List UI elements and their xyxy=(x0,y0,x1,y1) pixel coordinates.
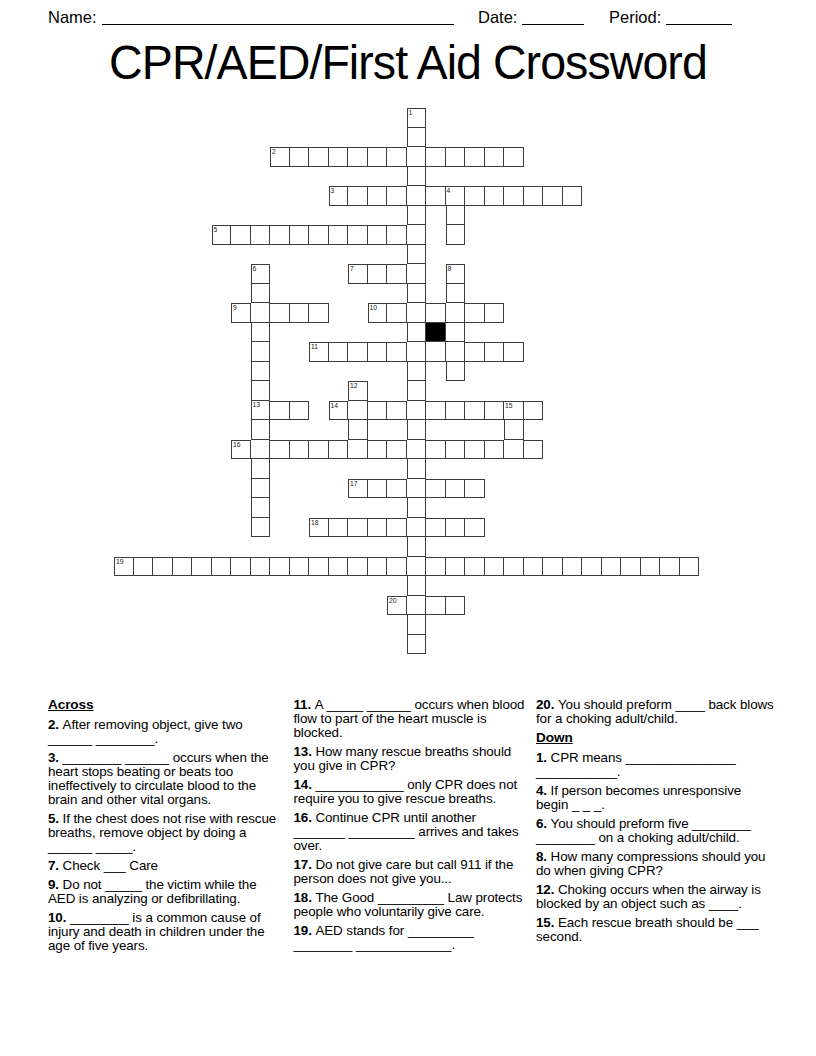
grid-cell[interactable] xyxy=(387,401,407,421)
grid-cell[interactable] xyxy=(251,381,271,401)
grid-gap xyxy=(641,323,661,343)
grid-cell[interactable] xyxy=(504,440,524,460)
grid-cell[interactable] xyxy=(153,557,173,577)
grid-gap xyxy=(270,206,290,226)
grid-gap xyxy=(680,459,700,479)
grid-cell[interactable] xyxy=(426,401,446,421)
grid-gap xyxy=(192,264,212,284)
grid-gap xyxy=(582,459,602,479)
grid-cell[interactable] xyxy=(309,303,329,323)
grid-gap xyxy=(621,128,641,148)
grid-gap xyxy=(290,206,310,226)
grid-cell[interactable]: 14 xyxy=(329,401,349,421)
grid-gap xyxy=(192,108,212,128)
grid-gap xyxy=(192,518,212,538)
grid-cell[interactable] xyxy=(387,342,407,362)
grid-cell[interactable] xyxy=(309,440,329,460)
grid-cell[interactable] xyxy=(446,206,466,226)
grid-cell[interactable] xyxy=(446,323,466,343)
grid-cell[interactable] xyxy=(251,498,271,518)
grid-cell[interactable] xyxy=(309,147,329,167)
grid-cell[interactable] xyxy=(426,518,446,538)
grid-cell[interactable] xyxy=(309,557,329,577)
grid-cell[interactable] xyxy=(407,147,427,167)
grid-cell[interactable]: 4 xyxy=(446,186,466,206)
grid-cell[interactable]: 12 xyxy=(348,381,368,401)
grid-cell[interactable] xyxy=(407,459,427,479)
grid-cell[interactable] xyxy=(387,557,407,577)
grid-cell[interactable] xyxy=(426,147,446,167)
grid-cell[interactable] xyxy=(251,420,271,440)
grid-gap xyxy=(602,459,622,479)
grid-cell[interactable] xyxy=(329,225,349,245)
grid-cell[interactable]: 6 xyxy=(251,264,271,284)
grid-gap xyxy=(192,381,212,401)
grid-cell[interactable] xyxy=(504,557,524,577)
grid-cell[interactable] xyxy=(251,440,271,460)
grid-cell[interactable] xyxy=(524,401,544,421)
clue-16: 16. Continue CPR until another _______ _… xyxy=(294,811,528,853)
grid-cell[interactable] xyxy=(348,440,368,460)
grid-gap xyxy=(680,147,700,167)
grid-gap xyxy=(368,362,388,382)
grid-cell[interactable] xyxy=(407,284,427,304)
grid-cell[interactable] xyxy=(387,303,407,323)
grid-cell[interactable] xyxy=(251,323,271,343)
grid-cell[interactable] xyxy=(524,557,544,577)
grid-gap xyxy=(192,362,212,382)
grid-cell[interactable] xyxy=(348,401,368,421)
grid-cell[interactable] xyxy=(465,186,485,206)
grid-gap xyxy=(602,420,622,440)
grid-cell[interactable] xyxy=(251,479,271,499)
grid-cell[interactable] xyxy=(368,401,388,421)
grid-cell[interactable]: 18 xyxy=(309,518,329,538)
grid-gap xyxy=(621,206,641,226)
grid-cell[interactable] xyxy=(329,440,349,460)
grid-cell[interactable] xyxy=(446,284,466,304)
grid-gap xyxy=(524,498,544,518)
grid-cell[interactable] xyxy=(173,557,193,577)
grid-gap xyxy=(543,303,563,323)
grid-cell[interactable] xyxy=(504,342,524,362)
grid-cell[interactable] xyxy=(387,440,407,460)
grid-gap xyxy=(524,342,544,362)
grid-cell[interactable] xyxy=(465,147,485,167)
grid-gap xyxy=(660,615,680,635)
grid-cell[interactable] xyxy=(407,596,427,616)
grid-cell[interactable] xyxy=(407,264,427,284)
grid-cell[interactable] xyxy=(251,557,271,577)
grid-cell[interactable] xyxy=(426,342,446,362)
clue-number: 11 xyxy=(311,343,318,351)
grid-cell[interactable] xyxy=(407,557,427,577)
grid-gap xyxy=(387,284,407,304)
grid-cell[interactable] xyxy=(407,128,427,148)
grid-cell[interactable] xyxy=(134,557,154,577)
grid-cell[interactable] xyxy=(329,518,349,538)
grid-gap xyxy=(621,167,641,187)
grid-gap xyxy=(641,303,661,323)
grid-gap xyxy=(660,342,680,362)
grid-cell[interactable] xyxy=(563,186,583,206)
period-blank[interactable] xyxy=(666,9,732,25)
grid-cell[interactable] xyxy=(290,147,310,167)
grid-gap xyxy=(465,576,485,596)
grid-cell[interactable] xyxy=(446,147,466,167)
grid-gap xyxy=(270,479,290,499)
grid-cell[interactable] xyxy=(290,557,310,577)
grid-gap xyxy=(231,459,251,479)
grid-gap xyxy=(621,323,641,343)
grid-cell[interactable] xyxy=(465,518,485,538)
grid-cell[interactable] xyxy=(621,557,641,577)
grid-cell[interactable] xyxy=(270,303,290,323)
grid-gap xyxy=(563,576,583,596)
grid-cell[interactable] xyxy=(407,518,427,538)
clue-number: 16 xyxy=(233,441,241,449)
grid-cell[interactable]: 1 xyxy=(407,108,427,128)
grid-cell[interactable] xyxy=(485,440,505,460)
grid-cell[interactable] xyxy=(270,557,290,577)
grid-cell[interactable] xyxy=(407,635,427,655)
grid-gap xyxy=(504,167,524,187)
grid-gap xyxy=(680,128,700,148)
grid-cell[interactable] xyxy=(407,576,427,596)
grid-gap xyxy=(426,264,446,284)
grid-gap xyxy=(173,479,193,499)
grid-gap xyxy=(680,362,700,382)
grid-gap xyxy=(329,381,349,401)
grid-cell[interactable] xyxy=(407,537,427,557)
grid-cell[interactable] xyxy=(407,479,427,499)
grid-gap xyxy=(641,167,661,187)
grid-gap xyxy=(543,498,563,518)
grid-gap xyxy=(504,576,524,596)
grid-cell[interactable] xyxy=(446,362,466,382)
grid-cell[interactable]: 15 xyxy=(504,401,524,421)
grid-cell[interactable]: 2 xyxy=(270,147,290,167)
grid-cell[interactable]: 9 xyxy=(231,303,251,323)
grid-cell[interactable] xyxy=(368,264,388,284)
grid-gap xyxy=(251,635,271,655)
grid-cell[interactable] xyxy=(426,479,446,499)
grid-cell[interactable] xyxy=(368,186,388,206)
grid-gap xyxy=(348,245,368,265)
grid-cell[interactable] xyxy=(504,420,524,440)
grid-gap xyxy=(582,206,602,226)
grid-cell[interactable] xyxy=(348,518,368,538)
clue-number: 14 xyxy=(331,402,339,410)
grid-gap xyxy=(563,459,583,479)
grid-gap xyxy=(114,245,134,265)
grid-cell[interactable] xyxy=(660,557,680,577)
grid-cell[interactable] xyxy=(251,284,271,304)
grid-cell[interactable] xyxy=(251,225,271,245)
grid-gap xyxy=(582,615,602,635)
grid-cell[interactable]: 8 xyxy=(446,264,466,284)
grid-gap xyxy=(309,206,329,226)
grid-cell[interactable] xyxy=(582,557,602,577)
grid-cell[interactable] xyxy=(485,186,505,206)
grid-gap xyxy=(270,518,290,538)
grid-cell[interactable] xyxy=(641,557,661,577)
grid-cell[interactable] xyxy=(407,303,427,323)
clue-number: 3 xyxy=(331,187,335,195)
grid-gap xyxy=(387,420,407,440)
grid-gap xyxy=(446,167,466,187)
grid-gap xyxy=(270,498,290,518)
grid-cell[interactable] xyxy=(290,440,310,460)
grid-cell[interactable] xyxy=(465,303,485,323)
grid-cell[interactable] xyxy=(368,479,388,499)
grid-gap xyxy=(173,498,193,518)
grid-gap xyxy=(231,537,251,557)
grid-cell[interactable]: 5 xyxy=(212,225,232,245)
grid-cell[interactable] xyxy=(504,147,524,167)
grid-gap xyxy=(485,225,505,245)
grid-gap xyxy=(231,342,251,362)
grid-gap xyxy=(641,362,661,382)
clue-number-label: 8. xyxy=(536,849,551,864)
grid-cell[interactable] xyxy=(329,342,349,362)
grid-cell[interactable] xyxy=(407,362,427,382)
grid-gap xyxy=(582,401,602,421)
grid-gap xyxy=(543,576,563,596)
grid-cell[interactable] xyxy=(368,147,388,167)
grid-gap xyxy=(621,381,641,401)
grid-cell[interactable] xyxy=(251,303,271,323)
grid-cell[interactable] xyxy=(368,557,388,577)
grid-gap xyxy=(680,479,700,499)
grid-cell[interactable]: 13 xyxy=(251,401,271,421)
grid-gap xyxy=(582,420,602,440)
grid-cell[interactable] xyxy=(212,557,232,577)
date-field: Date: xyxy=(478,8,584,27)
grid-cell[interactable] xyxy=(387,225,407,245)
grid-gap xyxy=(621,401,641,421)
grid-cell[interactable] xyxy=(426,186,446,206)
grid-gap xyxy=(485,518,505,538)
grid-cell[interactable] xyxy=(485,147,505,167)
grid-cell[interactable] xyxy=(270,401,290,421)
grid-cell[interactable]: 19 xyxy=(114,557,134,577)
grid-cell[interactable] xyxy=(309,225,329,245)
grid-cell[interactable] xyxy=(368,518,388,538)
grid-cell[interactable] xyxy=(251,459,271,479)
grid-gap xyxy=(134,284,154,304)
grid-cell[interactable] xyxy=(407,167,427,187)
grid-gap xyxy=(290,284,310,304)
grid-cell[interactable] xyxy=(446,303,466,323)
grid-cell[interactable] xyxy=(407,225,427,245)
grid-gap xyxy=(602,518,622,538)
grid-cell[interactable]: 20 xyxy=(387,596,407,616)
grid-gap xyxy=(563,225,583,245)
grid-cell[interactable] xyxy=(407,498,427,518)
grid-cell[interactable] xyxy=(446,557,466,577)
grid-cell[interactable]: 10 xyxy=(368,303,388,323)
grid-gap xyxy=(251,167,271,187)
grid-gap xyxy=(134,323,154,343)
grid-cell[interactable] xyxy=(329,557,349,577)
grid-cell[interactable] xyxy=(251,362,271,382)
grid-gap xyxy=(270,459,290,479)
grid-cell[interactable] xyxy=(465,479,485,499)
grid-gap xyxy=(309,245,329,265)
grid-cell[interactable] xyxy=(446,225,466,245)
grid-gap xyxy=(290,479,310,499)
grid-gap xyxy=(504,128,524,148)
clue-number: 7 xyxy=(350,265,354,273)
grid-cell[interactable] xyxy=(446,440,466,460)
grid-gap xyxy=(153,615,173,635)
clue-number-label: 3. xyxy=(48,750,63,765)
clue-number: 5 xyxy=(214,226,218,234)
grid-cell[interactable] xyxy=(465,401,485,421)
grid-cell[interactable] xyxy=(387,479,407,499)
grid-cell[interactable]: 3 xyxy=(329,186,349,206)
grid-cell[interactable] xyxy=(446,518,466,538)
grid-gap xyxy=(212,401,232,421)
grid-gap xyxy=(329,537,349,557)
grid-cell[interactable] xyxy=(348,147,368,167)
grid-gap xyxy=(329,615,349,635)
grid-gap xyxy=(582,498,602,518)
grid-cell[interactable] xyxy=(407,245,427,265)
grid-cell[interactable] xyxy=(563,557,583,577)
grid-cell[interactable] xyxy=(602,557,622,577)
grid-cell[interactable] xyxy=(465,557,485,577)
grid-gap xyxy=(251,147,271,167)
grid-gap xyxy=(504,264,524,284)
name-blank[interactable] xyxy=(102,9,454,25)
grid-gap xyxy=(153,284,173,304)
grid-cell[interactable] xyxy=(504,186,524,206)
grid-gap xyxy=(192,147,212,167)
grid-cell[interactable] xyxy=(407,440,427,460)
grid-cell[interactable] xyxy=(524,440,544,460)
grid-cell[interactable] xyxy=(387,186,407,206)
grid-gap xyxy=(114,420,134,440)
grid-cell[interactable] xyxy=(407,420,427,440)
grid-gap xyxy=(680,284,700,304)
grid-cell[interactable] xyxy=(348,420,368,440)
grid-cell[interactable] xyxy=(192,557,212,577)
grid-gap xyxy=(329,264,349,284)
grid-gap xyxy=(231,615,251,635)
grid-gap xyxy=(329,323,349,343)
grid-gap xyxy=(309,128,329,148)
grid-cell[interactable] xyxy=(446,479,466,499)
grid-cell[interactable] xyxy=(407,323,427,343)
grid-cell[interactable] xyxy=(446,596,466,616)
grid-gap xyxy=(602,440,622,460)
grid-cell[interactable] xyxy=(270,225,290,245)
grid-cell[interactable] xyxy=(485,401,505,421)
grid-cell[interactable]: 16 xyxy=(231,440,251,460)
grid-cell[interactable] xyxy=(543,186,563,206)
grid-cell[interactable] xyxy=(485,342,505,362)
grid-cell[interactable] xyxy=(368,440,388,460)
grid-gap xyxy=(134,362,154,382)
grid-cell[interactable]: 11 xyxy=(309,342,329,362)
grid-cell[interactable] xyxy=(465,440,485,460)
grid-cell[interactable] xyxy=(465,342,485,362)
grid-cell[interactable] xyxy=(368,342,388,362)
grid-cell[interactable] xyxy=(426,303,446,323)
grid-gap xyxy=(387,459,407,479)
grid-cell[interactable] xyxy=(485,303,505,323)
date-blank[interactable] xyxy=(522,9,584,25)
grid-cell[interactable] xyxy=(407,381,427,401)
grid-cell[interactable] xyxy=(270,440,290,460)
grid-cell[interactable] xyxy=(368,225,388,245)
grid-gap xyxy=(485,362,505,382)
grid-cell[interactable] xyxy=(231,225,251,245)
grid-gap xyxy=(660,401,680,421)
grid-gap xyxy=(173,420,193,440)
grid-cell[interactable] xyxy=(446,401,466,421)
grid-cell[interactable] xyxy=(485,557,505,577)
date-label: Date: xyxy=(478,8,517,26)
grid-cell[interactable] xyxy=(407,206,427,226)
grid-gap xyxy=(231,362,251,382)
grid-cell[interactable] xyxy=(231,557,251,577)
grid-gap xyxy=(329,362,349,382)
grid-cell[interactable] xyxy=(290,225,310,245)
grid-cell[interactable] xyxy=(407,615,427,635)
grid-gap xyxy=(329,635,349,655)
grid-cell[interactable] xyxy=(251,342,271,362)
grid-cell[interactable] xyxy=(387,264,407,284)
grid-gap xyxy=(368,459,388,479)
grid-gap xyxy=(173,635,193,655)
grid-cell[interactable] xyxy=(348,342,368,362)
grid-gap xyxy=(329,420,349,440)
grid-cell[interactable] xyxy=(348,186,368,206)
grid-cell[interactable] xyxy=(348,557,368,577)
grid-cell[interactable] xyxy=(543,557,563,577)
grid-cell[interactable]: 17 xyxy=(348,479,368,499)
grid-cell[interactable] xyxy=(290,401,310,421)
grid-gap xyxy=(212,381,232,401)
grid-gap xyxy=(446,576,466,596)
grid-cell[interactable] xyxy=(348,225,368,245)
grid-cell[interactable] xyxy=(387,147,407,167)
grid-gap xyxy=(309,401,329,421)
grid-cell[interactable] xyxy=(407,186,427,206)
grid-cell[interactable] xyxy=(426,440,446,460)
grid-cell[interactable] xyxy=(329,147,349,167)
grid-gap xyxy=(153,264,173,284)
grid-cell[interactable] xyxy=(387,518,407,538)
grid-cell[interactable] xyxy=(407,401,427,421)
grid-cell[interactable] xyxy=(290,303,310,323)
grid-cell[interactable] xyxy=(446,342,466,362)
clue-number-label: 6. xyxy=(536,816,551,831)
grid-cell[interactable]: 7 xyxy=(348,264,368,284)
grid-cell[interactable] xyxy=(524,186,544,206)
grid-cell[interactable] xyxy=(680,557,700,577)
grid-cell[interactable] xyxy=(407,342,427,362)
grid-cell[interactable] xyxy=(251,518,271,538)
grid-gap xyxy=(543,362,563,382)
grid-gap xyxy=(485,498,505,518)
grid-cell[interactable] xyxy=(426,557,446,577)
grid-cell[interactable] xyxy=(426,596,446,616)
grid-gap xyxy=(465,498,485,518)
